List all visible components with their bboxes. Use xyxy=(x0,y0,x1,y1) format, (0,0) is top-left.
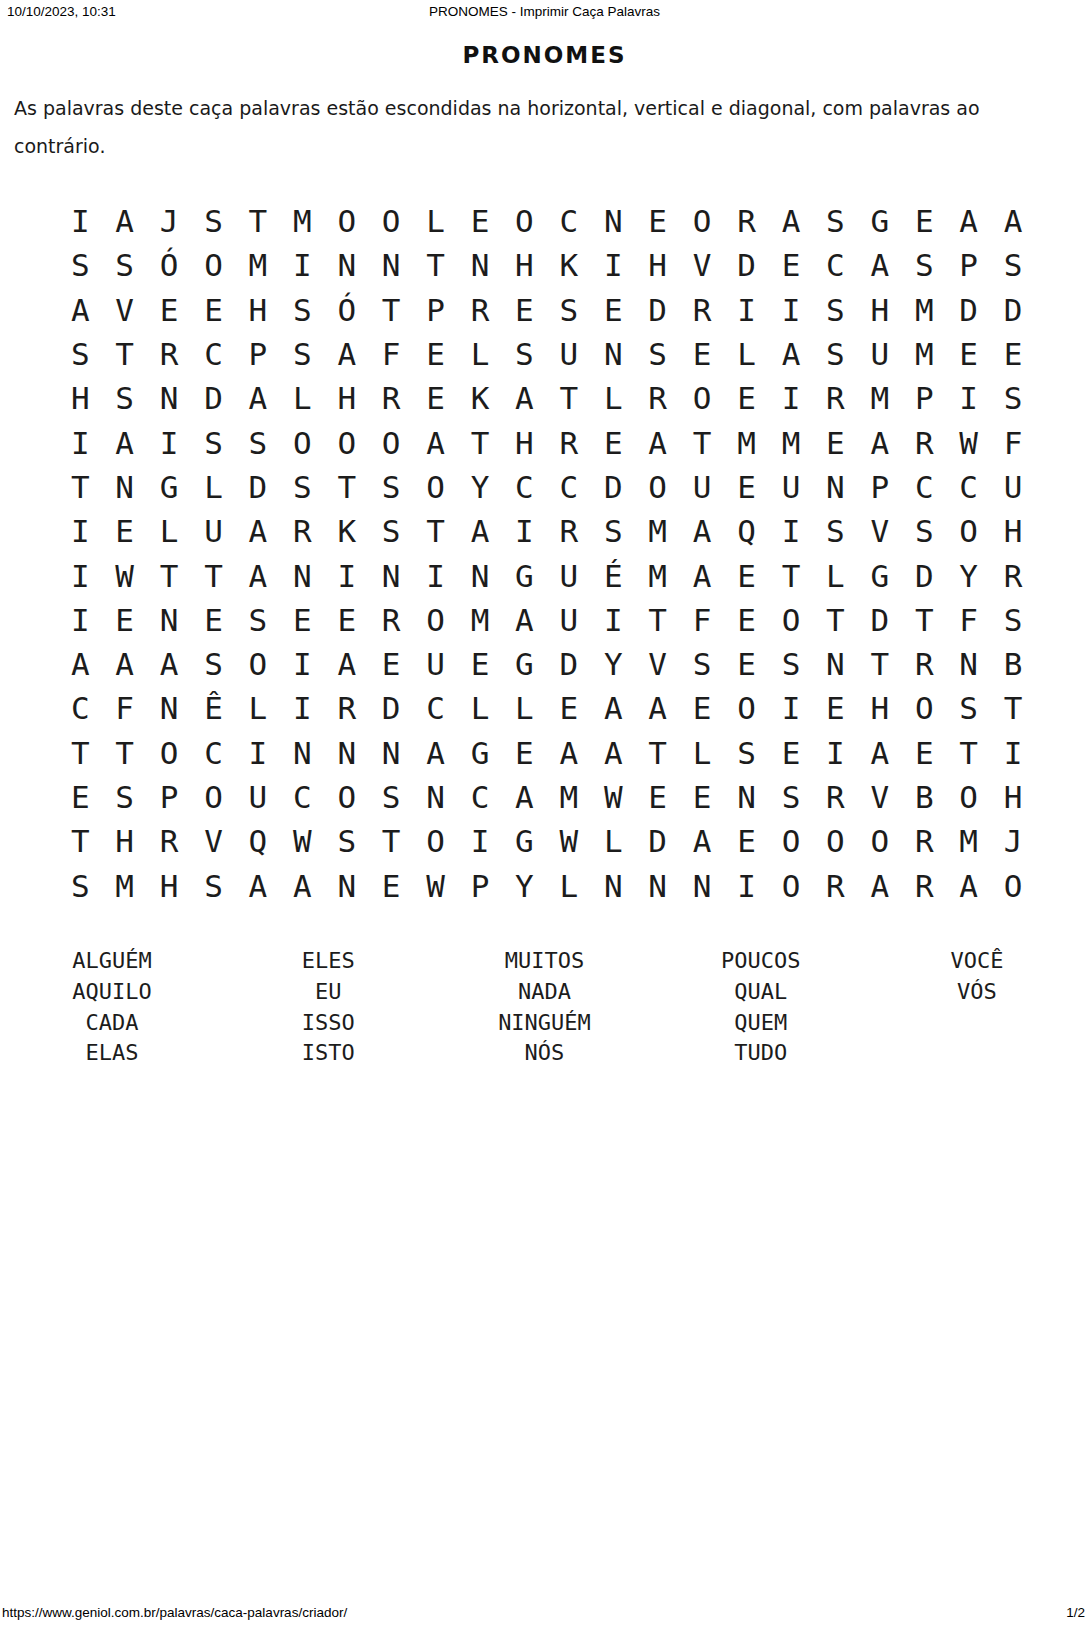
grid-cell-r10c14: T xyxy=(635,598,679,642)
grid-cell-r4c15: E xyxy=(680,332,724,376)
grid-cell-r10c2: E xyxy=(102,598,146,642)
grid-cell-r14c15: E xyxy=(680,775,724,819)
grid-cell-r4c22: E xyxy=(991,332,1035,376)
grid-cell-r15c7: S xyxy=(325,819,369,863)
grid-cell-r14c17: S xyxy=(769,775,813,819)
grid-cell-r13c14: T xyxy=(635,731,679,775)
grid-cell-r7c21: C xyxy=(946,465,990,509)
grid-cell-r4c7: A xyxy=(325,332,369,376)
word-eles: ELES xyxy=(220,946,436,977)
grid-cell-r16c14: N xyxy=(635,863,679,907)
grid-cell-r4c1: S xyxy=(58,332,102,376)
grid-cell-r11c19: T xyxy=(858,642,902,686)
grid-cell-r12c10: L xyxy=(458,686,502,730)
grid-cell-r1c7: O xyxy=(325,199,369,243)
grid-cell-r16c6: A xyxy=(280,863,324,907)
grid-cell-r8c12: R xyxy=(547,509,591,553)
grid-cell-r14c18: R xyxy=(813,775,857,819)
grid-cell-r16c10: P xyxy=(458,863,502,907)
grid-cell-r16c15: N xyxy=(680,863,724,907)
grid-cell-r1c2: A xyxy=(102,199,146,243)
grid-cell-r12c14: A xyxy=(635,686,679,730)
grid-cell-r7c17: U xyxy=(769,465,813,509)
grid-cell-r10c16: E xyxy=(724,598,768,642)
grid-cell-r7c18: N xyxy=(813,465,857,509)
word-list-column-4: POUCOSQUALQUEMTUDO xyxy=(653,946,869,1069)
grid-cell-r1c10: E xyxy=(458,199,502,243)
grid-cell-r3c13: E xyxy=(591,288,635,332)
grid-cell-r4c19: U xyxy=(858,332,902,376)
grid-cell-r8c11: I xyxy=(502,509,546,553)
grid-cell-r15c1: T xyxy=(58,819,102,863)
grid-cell-r15c3: R xyxy=(147,819,191,863)
grid-cell-r13c21: T xyxy=(946,731,990,775)
grid-cell-r16c18: R xyxy=(813,863,857,907)
word-search-grid: IAJSTMOOLEOCNEORASGEAASSÓOMINNTNHKIHVDEC… xyxy=(58,199,1035,908)
grid-cell-r9c5: A xyxy=(236,553,280,597)
grid-cell-r11c8: E xyxy=(369,642,413,686)
grid-cell-r4c9: E xyxy=(413,332,457,376)
grid-cell-r8c4: U xyxy=(191,509,235,553)
grid-cell-r15c9: O xyxy=(413,819,457,863)
word-muitos: MUITOS xyxy=(436,946,652,977)
grid-cell-r12c21: S xyxy=(946,686,990,730)
grid-cell-r10c19: D xyxy=(858,598,902,642)
grid-cell-r6c16: M xyxy=(724,420,768,464)
grid-cell-r3c5: H xyxy=(236,288,280,332)
grid-cell-r15c22: J xyxy=(991,819,1035,863)
grid-cell-r7c12: C xyxy=(547,465,591,509)
grid-cell-r16c4: S xyxy=(191,863,235,907)
grid-cell-r12c6: I xyxy=(280,686,324,730)
grid-cell-r11c21: N xyxy=(946,642,990,686)
grid-cell-r13c1: T xyxy=(58,731,102,775)
grid-cell-r6c12: R xyxy=(547,420,591,464)
grid-cell-r10c13: I xyxy=(591,598,635,642)
grid-cell-r12c22: T xyxy=(991,686,1035,730)
grid-cell-r2c11: H xyxy=(502,243,546,287)
grid-cell-r9c14: M xyxy=(635,553,679,597)
grid-cell-r15c12: W xyxy=(547,819,591,863)
grid-cell-r6c15: T xyxy=(680,420,724,464)
grid-cell-r6c11: H xyxy=(502,420,546,464)
grid-cell-r7c19: P xyxy=(858,465,902,509)
grid-cell-r8c13: S xyxy=(591,509,635,553)
grid-cell-r10c1: I xyxy=(58,598,102,642)
grid-cell-r14c12: M xyxy=(547,775,591,819)
word-poucos: POUCOS xyxy=(653,946,869,977)
grid-cell-r9c12: U xyxy=(547,553,591,597)
grid-cell-r12c19: H xyxy=(858,686,902,730)
grid-cell-r13c2: T xyxy=(102,731,146,775)
grid-cell-r5c3: N xyxy=(147,376,191,420)
grid-cell-r1c17: A xyxy=(769,199,813,243)
browser-print-footer: https://www.geniol.com.br/palavras/caca-… xyxy=(2,1604,1085,1622)
grid-cell-r4c14: S xyxy=(635,332,679,376)
grid-cell-r2c3: Ó xyxy=(147,243,191,287)
grid-cell-r16c5: A xyxy=(236,863,280,907)
grid-cell-r8c7: K xyxy=(325,509,369,553)
grid-cell-r14c6: C xyxy=(280,775,324,819)
grid-cell-r7c11: C xyxy=(502,465,546,509)
grid-cell-r16c22: O xyxy=(991,863,1035,907)
grid-cell-r11c15: S xyxy=(680,642,724,686)
grid-cell-r16c3: H xyxy=(147,863,191,907)
grid-cell-r3c16: I xyxy=(724,288,768,332)
grid-cell-r7c2: N xyxy=(102,465,146,509)
grid-cell-r9c20: D xyxy=(902,553,946,597)
grid-cell-r9c2: W xyxy=(102,553,146,597)
grid-cell-r6c1: I xyxy=(58,420,102,464)
grid-cell-r9c22: R xyxy=(991,553,1035,597)
grid-cell-r7c4: L xyxy=(191,465,235,509)
grid-cell-r15c10: I xyxy=(458,819,502,863)
grid-cell-r14c21: O xyxy=(946,775,990,819)
grid-cell-r2c7: N xyxy=(325,243,369,287)
grid-cell-r5c17: I xyxy=(769,376,813,420)
grid-cell-r1c12: C xyxy=(547,199,591,243)
puzzle-instructions: As palavras deste caça palavras estão es… xyxy=(14,89,1076,165)
grid-cell-r2c15: V xyxy=(680,243,724,287)
grid-cell-r14c13: W xyxy=(591,775,635,819)
grid-cell-r16c11: Y xyxy=(502,863,546,907)
grid-cell-r13c9: A xyxy=(413,731,457,775)
grid-cell-r10c12: U xyxy=(547,598,591,642)
grid-cell-r7c8: S xyxy=(369,465,413,509)
grid-cell-r16c9: W xyxy=(413,863,457,907)
grid-cell-r4c11: S xyxy=(502,332,546,376)
grid-cell-r3c10: R xyxy=(458,288,502,332)
grid-cell-r5c4: D xyxy=(191,376,235,420)
grid-cell-r9c18: L xyxy=(813,553,857,597)
grid-cell-r14c9: N xyxy=(413,775,457,819)
grid-cell-r3c1: A xyxy=(58,288,102,332)
word-alguém: ALGUÉM xyxy=(4,946,220,977)
grid-cell-r2c16: D xyxy=(724,243,768,287)
grid-cell-r1c18: S xyxy=(813,199,857,243)
grid-cell-r2c22: S xyxy=(991,243,1035,287)
grid-cell-r9c10: N xyxy=(458,553,502,597)
grid-cell-r8c1: I xyxy=(58,509,102,553)
grid-cell-r1c4: S xyxy=(191,199,235,243)
grid-cell-r15c13: L xyxy=(591,819,635,863)
grid-cell-r5c14: R xyxy=(635,376,679,420)
grid-cell-r7c13: D xyxy=(591,465,635,509)
word-qual: QUAL xyxy=(653,977,869,1008)
grid-cell-r10c7: E xyxy=(325,598,369,642)
word-vós: VÓS xyxy=(869,977,1085,1008)
grid-cell-r1c13: N xyxy=(591,199,635,243)
grid-cell-r13c8: N xyxy=(369,731,413,775)
grid-cell-r15c2: H xyxy=(102,819,146,863)
grid-cell-r12c12: E xyxy=(547,686,591,730)
grid-cell-r10c9: O xyxy=(413,598,457,642)
grid-cell-r6c9: A xyxy=(413,420,457,464)
grid-cell-r5c9: E xyxy=(413,376,457,420)
grid-cell-r12c17: I xyxy=(769,686,813,730)
grid-cell-r15c4: V xyxy=(191,819,235,863)
grid-cell-r4c2: T xyxy=(102,332,146,376)
grid-cell-r2c6: I xyxy=(280,243,324,287)
grid-cell-r9c3: T xyxy=(147,553,191,597)
grid-cell-r16c7: N xyxy=(325,863,369,907)
grid-cell-r10c4: E xyxy=(191,598,235,642)
grid-cell-r10c3: N xyxy=(147,598,191,642)
grid-cell-r8c18: S xyxy=(813,509,857,553)
print-footer-url: https://www.geniol.com.br/palavras/caca-… xyxy=(2,1604,347,1621)
grid-cell-r6c21: W xyxy=(946,420,990,464)
grid-cell-r15c18: O xyxy=(813,819,857,863)
grid-cell-r12c3: N xyxy=(147,686,191,730)
grid-cell-r3c2: V xyxy=(102,288,146,332)
grid-cell-r4c16: L xyxy=(724,332,768,376)
grid-cell-r3c11: E xyxy=(502,288,546,332)
grid-cell-r5c13: L xyxy=(591,376,635,420)
grid-cell-r6c13: E xyxy=(591,420,635,464)
grid-cell-r11c10: E xyxy=(458,642,502,686)
grid-cell-r5c10: K xyxy=(458,376,502,420)
grid-cell-r8c3: L xyxy=(147,509,191,553)
grid-cell-r1c1: I xyxy=(58,199,102,243)
word-list: ALGUÉMAQUILOCADAELASELESEUISSOISTOMUITOS… xyxy=(4,946,1085,1069)
grid-cell-r11c9: U xyxy=(413,642,457,686)
grid-cell-r5c5: A xyxy=(236,376,280,420)
grid-cell-r7c20: C xyxy=(902,465,946,509)
grid-cell-r13c7: N xyxy=(325,731,369,775)
grid-cell-r11c14: V xyxy=(635,642,679,686)
grid-cell-r5c8: R xyxy=(369,376,413,420)
print-page-indicator: 1/2 xyxy=(1066,1604,1085,1621)
grid-cell-r9c9: I xyxy=(413,553,457,597)
grid-cell-r14c14: E xyxy=(635,775,679,819)
grid-cell-r14c7: O xyxy=(325,775,369,819)
grid-cell-r12c2: F xyxy=(102,686,146,730)
grid-cell-r13c16: S xyxy=(724,731,768,775)
grid-cell-r14c8: S xyxy=(369,775,413,819)
grid-cell-r10c22: S xyxy=(991,598,1035,642)
grid-cell-r9c1: I xyxy=(58,553,102,597)
grid-cell-r7c5: D xyxy=(236,465,280,509)
grid-cell-r10c21: F xyxy=(946,598,990,642)
grid-cell-r2c17: E xyxy=(769,243,813,287)
word-você: VOCÊ xyxy=(869,946,1085,977)
grid-cell-r2c12: K xyxy=(547,243,591,287)
grid-cell-r14c3: P xyxy=(147,775,191,819)
grid-cell-r12c15: E xyxy=(680,686,724,730)
grid-cell-r12c11: L xyxy=(502,686,546,730)
grid-cell-r13c5: I xyxy=(236,731,280,775)
grid-cell-r4c21: E xyxy=(946,332,990,376)
grid-cell-r1c14: E xyxy=(635,199,679,243)
grid-cell-r4c10: L xyxy=(458,332,502,376)
grid-cell-r3c3: E xyxy=(147,288,191,332)
grid-cell-r5c22: S xyxy=(991,376,1035,420)
grid-cell-r2c8: N xyxy=(369,243,413,287)
grid-cell-r15c15: A xyxy=(680,819,724,863)
grid-cell-r6c7: O xyxy=(325,420,369,464)
grid-cell-r14c22: H xyxy=(991,775,1035,819)
grid-cell-r16c16: I xyxy=(724,863,768,907)
grid-cell-r9c4: T xyxy=(191,553,235,597)
grid-cell-r5c20: P xyxy=(902,376,946,420)
grid-cell-r5c19: M xyxy=(858,376,902,420)
grid-cell-r8c15: A xyxy=(680,509,724,553)
grid-cell-r15c16: E xyxy=(724,819,768,863)
grid-cell-r16c17: O xyxy=(769,863,813,907)
grid-cell-r11c17: S xyxy=(769,642,813,686)
grid-cell-r2c21: P xyxy=(946,243,990,287)
grid-cell-r12c9: C xyxy=(413,686,457,730)
grid-cell-r16c13: N xyxy=(591,863,635,907)
grid-cell-r7c15: U xyxy=(680,465,724,509)
grid-cell-r3c8: T xyxy=(369,288,413,332)
grid-cell-r14c20: B xyxy=(902,775,946,819)
grid-cell-r13c11: E xyxy=(502,731,546,775)
grid-cell-r9c11: G xyxy=(502,553,546,597)
word-isto: ISTO xyxy=(220,1038,436,1069)
grid-cell-r3c15: R xyxy=(680,288,724,332)
grid-cell-r6c5: S xyxy=(236,420,280,464)
grid-cell-r2c4: O xyxy=(191,243,235,287)
grid-cell-r16c8: E xyxy=(369,863,413,907)
grid-cell-r5c11: A xyxy=(502,376,546,420)
grid-cell-r13c17: E xyxy=(769,731,813,775)
grid-cell-r4c20: M xyxy=(902,332,946,376)
grid-cell-r8c19: V xyxy=(858,509,902,553)
grid-cell-r1c20: E xyxy=(902,199,946,243)
grid-cell-r11c18: N xyxy=(813,642,857,686)
grid-cell-r9c21: Y xyxy=(946,553,990,597)
word-nós: NÓS xyxy=(436,1038,652,1069)
grid-cell-r5c6: L xyxy=(280,376,324,420)
grid-cell-r16c20: R xyxy=(902,863,946,907)
grid-cell-r9c15: A xyxy=(680,553,724,597)
grid-cell-r13c6: N xyxy=(280,731,324,775)
grid-cell-r13c3: O xyxy=(147,731,191,775)
grid-cell-r11c5: O xyxy=(236,642,280,686)
grid-cell-r3c17: I xyxy=(769,288,813,332)
grid-cell-r3c9: P xyxy=(413,288,457,332)
grid-cell-r3c19: H xyxy=(858,288,902,332)
grid-cell-r15c8: T xyxy=(369,819,413,863)
grid-cell-r15c5: Q xyxy=(236,819,280,863)
grid-cell-r11c4: S xyxy=(191,642,235,686)
grid-cell-r2c19: A xyxy=(858,243,902,287)
word-cada: CADA xyxy=(4,1008,220,1039)
grid-cell-r4c18: S xyxy=(813,332,857,376)
grid-cell-r2c9: T xyxy=(413,243,457,287)
grid-cell-r9c6: N xyxy=(280,553,324,597)
grid-cell-r8c16: Q xyxy=(724,509,768,553)
grid-cell-r12c18: E xyxy=(813,686,857,730)
grid-cell-r7c9: O xyxy=(413,465,457,509)
grid-cell-r8c21: O xyxy=(946,509,990,553)
grid-cell-r11c12: D xyxy=(547,642,591,686)
word-list-column-2: ELESEUISSOISTO xyxy=(220,946,436,1069)
grid-cell-r8c20: S xyxy=(902,509,946,553)
grid-cell-r10c15: F xyxy=(680,598,724,642)
grid-cell-r11c3: A xyxy=(147,642,191,686)
grid-cell-r7c14: O xyxy=(635,465,679,509)
grid-cell-r8c9: T xyxy=(413,509,457,553)
grid-cell-r2c1: S xyxy=(58,243,102,287)
grid-cell-r3c20: M xyxy=(902,288,946,332)
grid-cell-r3c18: S xyxy=(813,288,857,332)
grid-cell-r4c4: C xyxy=(191,332,235,376)
grid-cell-r10c20: T xyxy=(902,598,946,642)
grid-cell-r8c22: H xyxy=(991,509,1035,553)
grid-cell-r10c6: E xyxy=(280,598,324,642)
grid-cell-r6c20: R xyxy=(902,420,946,464)
grid-cell-r7c1: T xyxy=(58,465,102,509)
grid-cell-r7c7: T xyxy=(325,465,369,509)
grid-cell-r3c4: E xyxy=(191,288,235,332)
grid-cell-r6c17: M xyxy=(769,420,813,464)
grid-cell-r15c20: R xyxy=(902,819,946,863)
grid-cell-r9c16: E xyxy=(724,553,768,597)
grid-cell-r15c21: M xyxy=(946,819,990,863)
grid-cell-r3c21: D xyxy=(946,288,990,332)
grid-cell-r9c8: N xyxy=(369,553,413,597)
grid-cell-r6c6: O xyxy=(280,420,324,464)
grid-cell-r12c1: C xyxy=(58,686,102,730)
grid-cell-r8c2: E xyxy=(102,509,146,553)
grid-cell-r14c11: A xyxy=(502,775,546,819)
grid-cell-r13c4: C xyxy=(191,731,235,775)
word-list-column-3: MUITOSNADANINGUÉMNÓS xyxy=(436,946,652,1069)
grid-cell-r15c14: D xyxy=(635,819,679,863)
grid-cell-r7c16: E xyxy=(724,465,768,509)
grid-cell-r14c5: U xyxy=(236,775,280,819)
grid-cell-r11c13: Y xyxy=(591,642,635,686)
word-elas: ELAS xyxy=(4,1038,220,1069)
grid-cell-r14c1: E xyxy=(58,775,102,819)
grid-cell-r13c18: I xyxy=(813,731,857,775)
grid-cell-r11c1: A xyxy=(58,642,102,686)
grid-cell-r8c14: M xyxy=(635,509,679,553)
grid-cell-r15c11: G xyxy=(502,819,546,863)
grid-cell-r3c14: D xyxy=(635,288,679,332)
grid-cell-r4c6: S xyxy=(280,332,324,376)
grid-cell-r12c16: O xyxy=(724,686,768,730)
grid-cell-r12c20: O xyxy=(902,686,946,730)
grid-cell-r4c5: P xyxy=(236,332,280,376)
grid-cell-r15c19: O xyxy=(858,819,902,863)
grid-cell-r6c22: F xyxy=(991,420,1035,464)
grid-cell-r11c6: I xyxy=(280,642,324,686)
grid-cell-r2c20: S xyxy=(902,243,946,287)
grid-cell-r5c2: S xyxy=(102,376,146,420)
grid-cell-r9c17: T xyxy=(769,553,813,597)
grid-cell-r16c12: L xyxy=(547,863,591,907)
grid-cell-r10c11: A xyxy=(502,598,546,642)
grid-cell-r10c5: S xyxy=(236,598,280,642)
grid-cell-r3c6: S xyxy=(280,288,324,332)
grid-cell-r1c11: O xyxy=(502,199,546,243)
grid-cell-r11c2: A xyxy=(102,642,146,686)
grid-cell-r13c12: A xyxy=(547,731,591,775)
grid-cell-r8c17: I xyxy=(769,509,813,553)
grid-cell-r2c13: I xyxy=(591,243,635,287)
grid-cell-r6c3: I xyxy=(147,420,191,464)
word-quem: QUEM xyxy=(653,1008,869,1039)
browser-print-header: 10/10/2023, 10:31 PRONOMES - Imprimir Ca… xyxy=(0,3,1089,20)
grid-cell-r8c5: A xyxy=(236,509,280,553)
grid-cell-r6c19: A xyxy=(858,420,902,464)
grid-cell-r7c6: S xyxy=(280,465,324,509)
grid-cell-r1c8: O xyxy=(369,199,413,243)
grid-cell-r6c14: A xyxy=(635,420,679,464)
